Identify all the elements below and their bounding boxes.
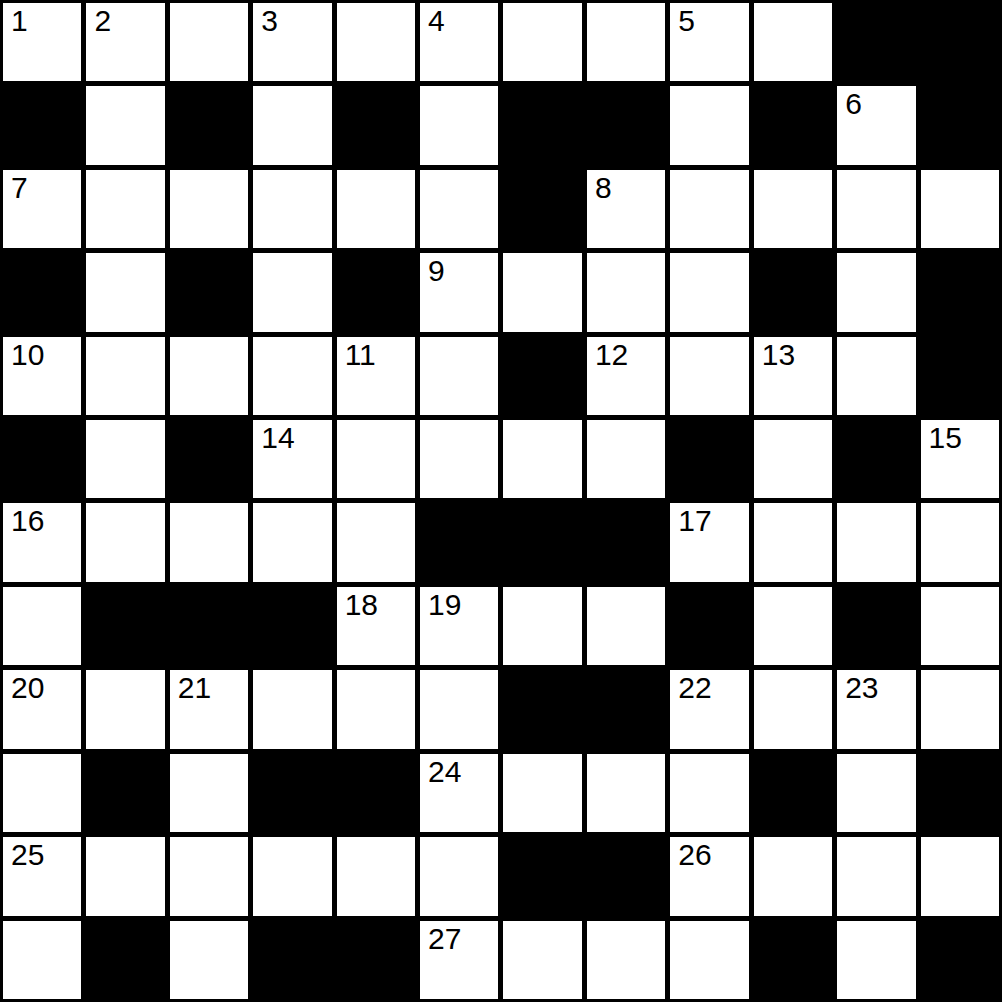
clue-number: 27 [428, 924, 461, 954]
black-cell [503, 170, 581, 248]
white-cell[interactable] [503, 3, 581, 81]
white-cell[interactable] [253, 337, 331, 415]
black-cell [86, 754, 164, 832]
white-cell[interactable]: 9 [420, 253, 498, 331]
white-cell[interactable] [86, 420, 164, 498]
white-cell[interactable] [921, 503, 999, 581]
clue-number: 15 [929, 423, 962, 453]
crossword-grid: 1234567891011121314151617181920212223242… [0, 0, 1002, 1002]
white-cell[interactable] [420, 670, 498, 748]
white-cell[interactable] [503, 754, 581, 832]
white-cell[interactable] [587, 921, 665, 999]
white-cell[interactable] [837, 921, 915, 999]
white-cell[interactable] [921, 587, 999, 665]
white-cell[interactable] [754, 420, 832, 498]
white-cell[interactable] [170, 337, 248, 415]
white-cell[interactable] [86, 253, 164, 331]
black-cell [670, 587, 748, 665]
white-cell[interactable] [587, 754, 665, 832]
white-cell[interactable] [170, 837, 248, 915]
white-cell[interactable] [670, 921, 748, 999]
white-cell[interactable]: 19 [420, 587, 498, 665]
black-cell [837, 3, 915, 81]
white-cell[interactable] [503, 921, 581, 999]
black-cell [754, 253, 832, 331]
white-cell[interactable] [837, 837, 915, 915]
clue-number: 9 [428, 256, 445, 286]
white-cell[interactable] [921, 837, 999, 915]
white-cell[interactable] [170, 170, 248, 248]
clue-number: 18 [345, 590, 378, 620]
white-cell[interactable] [337, 3, 415, 81]
white-cell[interactable]: 20 [3, 670, 81, 748]
black-cell [253, 587, 331, 665]
black-cell [921, 253, 999, 331]
white-cell[interactable]: 3 [253, 3, 331, 81]
white-cell[interactable] [170, 503, 248, 581]
white-cell[interactable]: 14 [253, 420, 331, 498]
black-cell [670, 420, 748, 498]
white-cell[interactable] [253, 670, 331, 748]
clue-number: 25 [11, 840, 44, 870]
white-cell[interactable]: 21 [170, 670, 248, 748]
black-cell [587, 670, 665, 748]
white-cell[interactable] [86, 86, 164, 164]
white-cell[interactable] [921, 670, 999, 748]
white-cell[interactable]: 2 [86, 3, 164, 81]
clue-number: 14 [261, 423, 294, 453]
black-cell [337, 921, 415, 999]
white-cell[interactable] [337, 420, 415, 498]
white-cell[interactable]: 1 [3, 3, 81, 81]
white-cell[interactable] [3, 921, 81, 999]
black-cell [3, 253, 81, 331]
black-cell [170, 253, 248, 331]
white-cell[interactable] [337, 670, 415, 748]
black-cell [587, 503, 665, 581]
white-cell[interactable] [754, 670, 832, 748]
white-cell[interactable] [337, 503, 415, 581]
white-cell[interactable] [754, 587, 832, 665]
white-cell[interactable]: 5 [670, 3, 748, 81]
white-cell[interactable] [253, 837, 331, 915]
white-cell[interactable]: 8 [587, 170, 665, 248]
black-cell [3, 86, 81, 164]
black-cell [253, 921, 331, 999]
white-cell[interactable] [420, 837, 498, 915]
black-cell [587, 86, 665, 164]
white-cell[interactable] [754, 837, 832, 915]
white-cell[interactable] [337, 837, 415, 915]
black-cell [837, 587, 915, 665]
white-cell[interactable] [420, 337, 498, 415]
white-cell[interactable] [670, 754, 748, 832]
white-cell[interactable] [420, 86, 498, 164]
white-cell[interactable] [253, 86, 331, 164]
white-cell[interactable]: 17 [670, 503, 748, 581]
black-cell [337, 754, 415, 832]
white-cell[interactable] [837, 754, 915, 832]
white-cell[interactable] [503, 587, 581, 665]
black-cell [503, 670, 581, 748]
clue-number: 12 [595, 340, 628, 370]
white-cell[interactable]: 24 [420, 754, 498, 832]
white-cell[interactable] [86, 170, 164, 248]
white-cell[interactable] [503, 253, 581, 331]
black-cell [503, 337, 581, 415]
black-cell [921, 754, 999, 832]
clue-number: 5 [678, 6, 695, 36]
clue-number: 19 [428, 590, 461, 620]
clue-number: 21 [178, 673, 211, 703]
white-cell[interactable] [587, 420, 665, 498]
black-cell [921, 3, 999, 81]
white-cell[interactable] [503, 420, 581, 498]
white-cell[interactable] [837, 170, 915, 248]
clue-number: 11 [345, 340, 376, 370]
black-cell [921, 337, 999, 415]
white-cell[interactable] [587, 587, 665, 665]
black-cell [754, 921, 832, 999]
white-cell[interactable]: 18 [337, 587, 415, 665]
white-cell[interactable]: 22 [670, 670, 748, 748]
white-cell[interactable] [420, 420, 498, 498]
white-cell[interactable] [3, 587, 81, 665]
black-cell [921, 921, 999, 999]
white-cell[interactable] [837, 253, 915, 331]
white-cell[interactable] [754, 503, 832, 581]
clue-number: 22 [678, 673, 711, 703]
clue-number: 13 [762, 340, 795, 370]
white-cell[interactable] [670, 86, 748, 164]
black-cell [420, 503, 498, 581]
white-cell[interactable]: 23 [837, 670, 915, 748]
clue-number: 1 [11, 6, 28, 36]
white-cell[interactable] [170, 921, 248, 999]
white-cell[interactable]: 7 [3, 170, 81, 248]
white-cell[interactable]: 26 [670, 837, 748, 915]
black-cell [503, 86, 581, 164]
white-cell[interactable] [170, 754, 248, 832]
clue-number: 20 [11, 673, 44, 703]
white-cell[interactable] [3, 754, 81, 832]
black-cell [587, 837, 665, 915]
white-cell[interactable]: 10 [3, 337, 81, 415]
clue-number: 10 [11, 340, 44, 370]
clue-number: 17 [678, 506, 711, 536]
white-cell[interactable]: 4 [420, 3, 498, 81]
clue-number: 6 [845, 89, 862, 119]
white-cell[interactable]: 25 [3, 837, 81, 915]
white-cell[interactable]: 11 [337, 337, 415, 415]
black-cell [253, 754, 331, 832]
black-cell [837, 420, 915, 498]
white-cell[interactable] [253, 503, 331, 581]
white-cell[interactable] [587, 3, 665, 81]
white-cell[interactable]: 13 [754, 337, 832, 415]
clue-number: 23 [845, 673, 878, 703]
white-cell[interactable]: 16 [3, 503, 81, 581]
white-cell[interactable] [754, 3, 832, 81]
white-cell[interactable] [170, 3, 248, 81]
white-cell[interactable] [86, 670, 164, 748]
clue-number: 4 [428, 6, 445, 36]
black-cell [337, 253, 415, 331]
white-cell[interactable] [253, 253, 331, 331]
white-cell[interactable] [754, 170, 832, 248]
clue-number: 26 [678, 840, 711, 870]
clue-number: 2 [94, 6, 111, 36]
black-cell [3, 420, 81, 498]
clue-number: 24 [428, 757, 461, 787]
black-cell [503, 837, 581, 915]
white-cell[interactable]: 12 [587, 337, 665, 415]
black-cell [86, 921, 164, 999]
white-cell[interactable] [921, 170, 999, 248]
white-cell[interactable]: 6 [837, 86, 915, 164]
white-cell[interactable] [420, 170, 498, 248]
black-cell [170, 587, 248, 665]
white-cell[interactable] [670, 337, 748, 415]
black-cell [170, 86, 248, 164]
black-cell [503, 503, 581, 581]
black-cell [754, 754, 832, 832]
white-cell[interactable] [587, 253, 665, 331]
black-cell [921, 86, 999, 164]
black-cell [754, 86, 832, 164]
white-cell[interactable] [253, 170, 331, 248]
clue-number: 7 [11, 173, 28, 203]
black-cell [337, 86, 415, 164]
white-cell[interactable] [86, 503, 164, 581]
black-cell [170, 420, 248, 498]
white-cell[interactable]: 27 [420, 921, 498, 999]
clue-number: 3 [261, 6, 278, 36]
white-cell[interactable] [86, 837, 164, 915]
clue-number: 16 [11, 506, 44, 536]
white-cell[interactable] [670, 253, 748, 331]
white-cell[interactable] [837, 337, 915, 415]
white-cell[interactable] [86, 337, 164, 415]
black-cell [86, 587, 164, 665]
white-cell[interactable] [837, 503, 915, 581]
white-cell[interactable] [337, 170, 415, 248]
white-cell[interactable]: 15 [921, 420, 999, 498]
clue-number: 8 [595, 173, 612, 203]
white-cell[interactable] [670, 170, 748, 248]
